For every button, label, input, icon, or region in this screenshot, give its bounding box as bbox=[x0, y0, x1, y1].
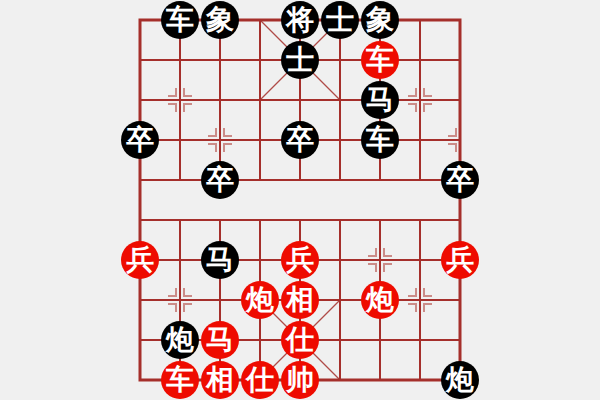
piece-red-pawn[interactable]: 兵 bbox=[121, 241, 159, 279]
piece-black-cannon[interactable]: 炮 bbox=[161, 321, 199, 359]
xiangqi-board: 车象将士象士车马卒卒车卒卒兵马兵兵炮相炮炮马仕车相仕帅炮 bbox=[0, 0, 600, 400]
piece-black-elephant[interactable]: 象 bbox=[201, 1, 239, 39]
piece-red-advisor[interactable]: 仕 bbox=[281, 321, 319, 359]
piece-black-horse[interactable]: 马 bbox=[361, 81, 399, 119]
piece-red-advisor[interactable]: 仕 bbox=[241, 361, 279, 399]
piece-black-chariot[interactable]: 车 bbox=[361, 121, 399, 159]
piece-grid: 车象将士象士车马卒卒车卒卒兵马兵兵炮相炮炮马仕车相仕帅炮 bbox=[120, 0, 480, 400]
piece-red-cannon[interactable]: 炮 bbox=[361, 281, 399, 319]
piece-black-pawn[interactable]: 卒 bbox=[281, 121, 319, 159]
piece-black-pawn[interactable]: 卒 bbox=[201, 161, 239, 199]
piece-red-cannon[interactable]: 炮 bbox=[241, 281, 279, 319]
piece-red-horse[interactable]: 马 bbox=[201, 321, 239, 359]
piece-black-pawn[interactable]: 卒 bbox=[121, 121, 159, 159]
piece-red-elephant[interactable]: 相 bbox=[281, 281, 319, 319]
piece-black-horse[interactable]: 马 bbox=[201, 241, 239, 279]
piece-red-general[interactable]: 帅 bbox=[281, 361, 319, 399]
piece-black-advisor[interactable]: 士 bbox=[281, 41, 319, 79]
piece-black-elephant[interactable]: 象 bbox=[361, 1, 399, 39]
piece-black-pawn[interactable]: 卒 bbox=[441, 161, 479, 199]
piece-black-cannon[interactable]: 炮 bbox=[441, 361, 479, 399]
piece-red-elephant[interactable]: 相 bbox=[201, 361, 239, 399]
piece-black-general[interactable]: 将 bbox=[281, 1, 319, 39]
piece-red-pawn[interactable]: 兵 bbox=[281, 241, 319, 279]
piece-red-pawn[interactable]: 兵 bbox=[441, 241, 479, 279]
piece-black-advisor[interactable]: 士 bbox=[321, 1, 359, 39]
piece-black-chariot[interactable]: 车 bbox=[161, 1, 199, 39]
piece-red-chariot[interactable]: 车 bbox=[161, 361, 199, 399]
piece-red-chariot[interactable]: 车 bbox=[361, 41, 399, 79]
